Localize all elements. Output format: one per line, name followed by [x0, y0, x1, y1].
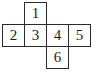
cube-net: 1 2 3 4 5 6: [0, 0, 97, 72]
net-cell-face-5: 5: [68, 24, 91, 47]
net-cell-face-2: 2: [2, 24, 25, 47]
net-cell-face-3: 3: [24, 24, 47, 47]
net-cell-face-4: 4: [46, 24, 69, 47]
net-cell-face-1: 1: [24, 2, 47, 25]
net-cell-face-6: 6: [46, 46, 69, 69]
